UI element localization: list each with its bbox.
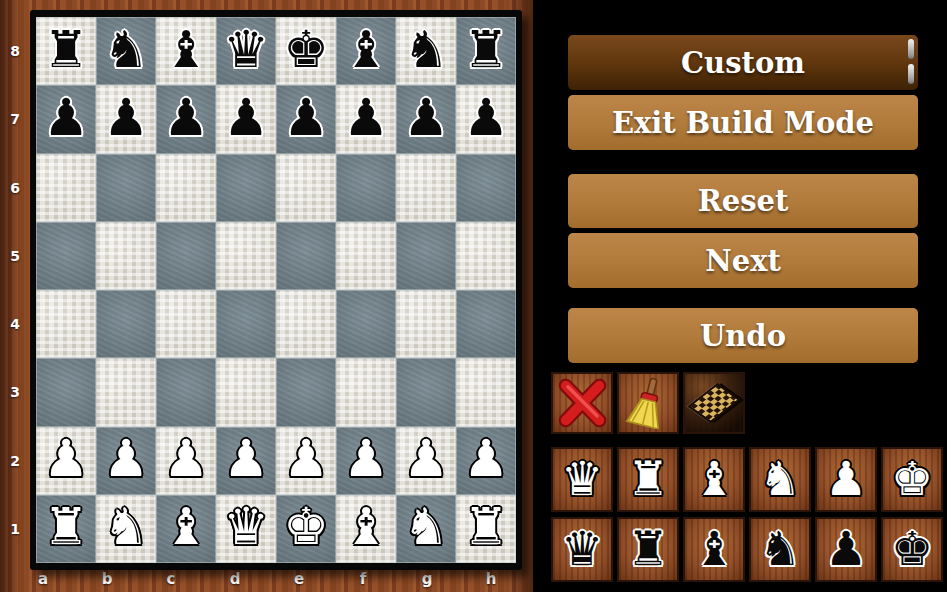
square-a4[interactable] (36, 290, 96, 358)
black-piece-P: ♟ (403, 92, 449, 143)
square-h7[interactable]: ♟ (456, 85, 516, 153)
palette-white-Q[interactable]: ♛ (551, 447, 613, 512)
white-piece-Q: ♛ (561, 455, 603, 502)
rank-labels: 87654321 (2, 17, 28, 563)
square-g2[interactable]: ♟ (396, 427, 456, 495)
square-c4[interactable] (156, 290, 216, 358)
file-label-g: g (395, 567, 459, 591)
black-piece-P: ♟ (463, 92, 509, 143)
square-e7[interactable]: ♟ (276, 85, 336, 153)
tools-row (551, 372, 745, 434)
black-piece-B: ♝ (693, 525, 735, 572)
square-g6[interactable] (396, 154, 456, 222)
chessboard-icon (688, 383, 741, 423)
white-piece-N: ♞ (759, 455, 801, 502)
rank-label-4: 4 (2, 290, 28, 358)
red-x-icon (556, 377, 608, 429)
black-piece-R: ♜ (627, 525, 669, 572)
white-piece-P: ♟ (403, 433, 449, 484)
rank-label-3: 3 (2, 358, 28, 426)
rank-label-2: 2 (2, 427, 28, 495)
square-f1[interactable]: ♝ (336, 495, 396, 563)
white-piece-R: ♜ (43, 501, 89, 552)
square-h8[interactable]: ♜ (456, 17, 516, 85)
square-a7[interactable]: ♟ (36, 85, 96, 153)
square-b1[interactable]: ♞ (96, 495, 156, 563)
square-h4[interactable] (456, 290, 516, 358)
square-d3[interactable] (216, 358, 276, 426)
palette-black-P[interactable]: ♟ (815, 517, 877, 582)
square-b2[interactable]: ♟ (96, 427, 156, 495)
rank-label-1: 1 (2, 495, 28, 563)
black-piece-B: ♝ (163, 24, 209, 75)
palette-black-R[interactable]: ♜ (617, 517, 679, 582)
square-b8[interactable]: ♞ (96, 17, 156, 85)
palette-white-K[interactable]: ♚ (881, 447, 943, 512)
black-piece-Q: ♛ (223, 24, 269, 75)
square-h6[interactable] (456, 154, 516, 222)
black-piece-P: ♟ (103, 92, 149, 143)
file-label-f: f (331, 567, 395, 591)
reset-button[interactable]: Reset (568, 174, 918, 228)
square-a1[interactable]: ♜ (36, 495, 96, 563)
palette-white-B[interactable]: ♝ (683, 447, 745, 512)
square-d8[interactable]: ♛ (216, 17, 276, 85)
square-h2[interactable]: ♟ (456, 427, 516, 495)
white-piece-R: ♜ (627, 455, 669, 502)
palette-black-N[interactable]: ♞ (749, 517, 811, 582)
black-piece-N: ♞ (759, 525, 801, 572)
square-e2[interactable]: ♟ (276, 427, 336, 495)
square-b4[interactable] (96, 290, 156, 358)
palette-black-B[interactable]: ♝ (683, 517, 745, 582)
rank-label-6: 6 (2, 154, 28, 222)
black-piece-P: ♟ (43, 92, 89, 143)
white-piece-P: ♟ (343, 433, 389, 484)
square-d4[interactable] (216, 290, 276, 358)
white-piece-P: ♟ (463, 433, 509, 484)
broom-icon (622, 377, 674, 429)
square-f3[interactable] (336, 358, 396, 426)
white-piece-palette: ♛♜♝♞♟♚ (551, 447, 943, 512)
scrollbar[interactable] (908, 39, 914, 86)
white-piece-B: ♝ (343, 501, 389, 552)
square-g7[interactable]: ♟ (396, 85, 456, 153)
square-b7[interactable]: ♟ (96, 85, 156, 153)
black-piece-K: ♚ (891, 525, 933, 572)
square-c3[interactable] (156, 358, 216, 426)
square-h1[interactable]: ♜ (456, 495, 516, 563)
next-button[interactable]: Next (568, 233, 918, 288)
rank-label-8: 8 (2, 17, 28, 85)
square-a3[interactable] (36, 358, 96, 426)
exit-build-mode-button[interactable]: Exit Build Mode (568, 95, 918, 150)
palette-white-N[interactable]: ♞ (749, 447, 811, 512)
white-piece-K: ♚ (283, 501, 329, 552)
square-g5[interactable] (396, 222, 456, 290)
square-b3[interactable] (96, 358, 156, 426)
palette-black-Q[interactable]: ♛ (551, 517, 613, 582)
file-labels: abcdefgh (11, 567, 523, 591)
square-a5[interactable] (36, 222, 96, 290)
black-piece-P: ♟ (283, 92, 329, 143)
white-piece-Q: ♛ (223, 501, 269, 552)
rank-label-5: 5 (2, 222, 28, 290)
black-piece-P: ♟ (825, 525, 867, 572)
square-c8[interactable]: ♝ (156, 17, 216, 85)
square-f2[interactable]: ♟ (336, 427, 396, 495)
square-d5[interactable] (216, 222, 276, 290)
square-f6[interactable] (336, 154, 396, 222)
white-piece-B: ♝ (693, 455, 735, 502)
square-c7[interactable]: ♟ (156, 85, 216, 153)
file-label-a: a (11, 567, 75, 591)
square-e3[interactable] (276, 358, 336, 426)
square-c6[interactable] (156, 154, 216, 222)
black-piece-palette: ♛♜♝♞♟♚ (551, 517, 943, 582)
white-piece-P: ♟ (825, 455, 867, 502)
square-e4[interactable] (276, 290, 336, 358)
white-piece-N: ♞ (403, 501, 449, 552)
black-piece-P: ♟ (223, 92, 269, 143)
black-piece-P: ♟ (163, 92, 209, 143)
file-label-e: e (267, 567, 331, 591)
square-f7[interactable]: ♟ (336, 85, 396, 153)
black-piece-R: ♜ (463, 24, 509, 75)
square-d2[interactable]: ♟ (216, 427, 276, 495)
square-g1[interactable]: ♞ (396, 495, 456, 563)
square-d1[interactable]: ♛ (216, 495, 276, 563)
square-e6[interactable] (276, 154, 336, 222)
square-a6[interactable] (36, 154, 96, 222)
board-area: 87654321 abcdefgh ♜♞♝♛♚♝♞♜♟♟♟♟♟♟♟♟♟♟♟♟♟♟… (0, 0, 533, 592)
mode-selector-value: Custom (681, 46, 805, 80)
square-e5[interactable] (276, 222, 336, 290)
palette-white-R[interactable]: ♜ (617, 447, 679, 512)
file-label-h: h (459, 567, 523, 591)
white-piece-N: ♞ (103, 501, 149, 552)
square-c2[interactable]: ♟ (156, 427, 216, 495)
delete-piece-tool[interactable] (551, 372, 613, 434)
file-label-c: c (139, 567, 203, 591)
rank-label-7: 7 (2, 85, 28, 153)
mode-selector[interactable]: Custom (568, 35, 918, 90)
square-h3[interactable] (456, 358, 516, 426)
white-piece-P: ♟ (163, 433, 209, 484)
square-e8[interactable]: ♚ (276, 17, 336, 85)
board-grid: ♜♞♝♛♚♝♞♜♟♟♟♟♟♟♟♟♟♟♟♟♟♟♟♟♜♞♝♛♚♝♞♜ (36, 17, 516, 563)
square-e1[interactable]: ♚ (276, 495, 336, 563)
black-piece-P: ♟ (343, 92, 389, 143)
undo-button[interactable]: Undo (568, 308, 918, 363)
file-label-b: b (75, 567, 139, 591)
square-c5[interactable] (156, 222, 216, 290)
black-piece-Q: ♛ (561, 525, 603, 572)
black-piece-R: ♜ (43, 24, 89, 75)
square-a8[interactable]: ♜ (36, 17, 96, 85)
black-piece-N: ♞ (103, 24, 149, 75)
square-c1[interactable]: ♝ (156, 495, 216, 563)
black-piece-K: ♚ (283, 24, 329, 75)
black-piece-N: ♞ (403, 24, 449, 75)
chess-board: ♜♞♝♛♚♝♞♜♟♟♟♟♟♟♟♟♟♟♟♟♟♟♟♟♜♞♝♛♚♝♞♜ (30, 10, 522, 570)
square-d6[interactable] (216, 154, 276, 222)
square-f8[interactable]: ♝ (336, 17, 396, 85)
white-piece-P: ♟ (283, 433, 329, 484)
white-piece-P: ♟ (223, 433, 269, 484)
square-g4[interactable] (396, 290, 456, 358)
white-piece-P: ♟ (103, 433, 149, 484)
white-piece-B: ♝ (163, 501, 209, 552)
start-position-tool[interactable] (683, 372, 745, 434)
square-b5[interactable] (96, 222, 156, 290)
clear-board-tool[interactable] (617, 372, 679, 434)
square-a2[interactable]: ♟ (36, 427, 96, 495)
white-piece-R: ♜ (463, 501, 509, 552)
palette-black-K[interactable]: ♚ (881, 517, 943, 582)
palette-white-P[interactable]: ♟ (815, 447, 877, 512)
white-piece-P: ♟ (43, 433, 89, 484)
square-h5[interactable] (456, 222, 516, 290)
square-f5[interactable] (336, 222, 396, 290)
square-b6[interactable] (96, 154, 156, 222)
square-g3[interactable] (396, 358, 456, 426)
control-panel: Custom Exit Build Mode Reset Next Undo (533, 0, 947, 592)
square-f4[interactable] (336, 290, 396, 358)
square-d7[interactable]: ♟ (216, 85, 276, 153)
black-piece-B: ♝ (343, 24, 389, 75)
file-label-d: d (203, 567, 267, 591)
white-piece-K: ♚ (891, 455, 933, 502)
square-g8[interactable]: ♞ (396, 17, 456, 85)
